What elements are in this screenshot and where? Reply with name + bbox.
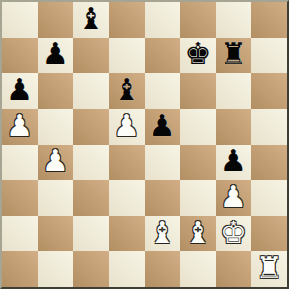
black-pawn[interactable]: ♟ [149,111,176,141]
square-g6[interactable] [216,73,252,109]
square-f6[interactable] [180,73,216,109]
square-b6[interactable] [38,73,74,109]
square-h7[interactable] [251,38,287,74]
square-c1[interactable] [73,251,109,287]
square-e8[interactable] [145,2,181,38]
chess-board: ♝♟♚♜♟♝♟♟♟♟♟♟♝♝♚♜ [2,2,287,287]
square-a2[interactable] [2,216,38,252]
square-a5[interactable]: ♟ [2,109,38,145]
square-d7[interactable] [109,38,145,74]
square-a3[interactable] [2,180,38,216]
white-pawn[interactable]: ♟ [6,111,33,141]
square-f1[interactable] [180,251,216,287]
square-f2[interactable]: ♝ [180,216,216,252]
black-pawn[interactable]: ♟ [6,75,33,105]
square-d8[interactable] [109,2,145,38]
white-pawn[interactable]: ♟ [42,146,69,176]
white-rook[interactable]: ♜ [256,253,283,283]
white-bishop[interactable]: ♝ [184,218,211,248]
square-a6[interactable]: ♟ [2,73,38,109]
square-b2[interactable] [38,216,74,252]
white-king[interactable]: ♚ [220,218,247,248]
square-e4[interactable] [145,145,181,181]
white-pawn[interactable]: ♟ [220,182,247,212]
white-pawn[interactable]: ♟ [113,111,140,141]
square-e6[interactable] [145,73,181,109]
square-a1[interactable] [2,251,38,287]
white-bishop[interactable]: ♝ [149,218,176,248]
square-a8[interactable] [2,2,38,38]
square-d1[interactable] [109,251,145,287]
square-g4[interactable]: ♟ [216,145,252,181]
square-h1[interactable]: ♜ [251,251,287,287]
square-g8[interactable] [216,2,252,38]
square-b3[interactable] [38,180,74,216]
square-c2[interactable] [73,216,109,252]
square-d5[interactable]: ♟ [109,109,145,145]
square-g3[interactable]: ♟ [216,180,252,216]
square-h5[interactable] [251,109,287,145]
square-f8[interactable] [180,2,216,38]
square-h6[interactable] [251,73,287,109]
square-c7[interactable] [73,38,109,74]
square-a4[interactable] [2,145,38,181]
square-g7[interactable]: ♜ [216,38,252,74]
square-d4[interactable] [109,145,145,181]
square-d3[interactable] [109,180,145,216]
square-g5[interactable] [216,109,252,145]
square-f4[interactable] [180,145,216,181]
square-c6[interactable] [73,73,109,109]
black-bishop[interactable]: ♝ [113,75,140,105]
square-h2[interactable] [251,216,287,252]
black-pawn[interactable]: ♟ [42,39,69,69]
square-g2[interactable]: ♚ [216,216,252,252]
square-a7[interactable] [2,38,38,74]
square-e2[interactable]: ♝ [145,216,181,252]
black-bishop[interactable]: ♝ [78,4,105,34]
square-c3[interactable] [73,180,109,216]
square-d2[interactable] [109,216,145,252]
square-b4[interactable]: ♟ [38,145,74,181]
square-b5[interactable] [38,109,74,145]
square-e7[interactable] [145,38,181,74]
square-h4[interactable] [251,145,287,181]
chess-board-frame: ♝♟♚♜♟♝♟♟♟♟♟♟♝♝♚♜ [0,0,289,289]
square-b7[interactable]: ♟ [38,38,74,74]
black-rook[interactable]: ♜ [220,39,247,69]
square-d6[interactable]: ♝ [109,73,145,109]
black-pawn[interactable]: ♟ [220,146,247,176]
square-f3[interactable] [180,180,216,216]
square-b8[interactable] [38,2,74,38]
square-e1[interactable] [145,251,181,287]
square-h8[interactable] [251,2,287,38]
square-h3[interactable] [251,180,287,216]
square-c8[interactable]: ♝ [73,2,109,38]
square-g1[interactable] [216,251,252,287]
square-f7[interactable]: ♚ [180,38,216,74]
square-c4[interactable] [73,145,109,181]
square-f5[interactable] [180,109,216,145]
square-b1[interactable] [38,251,74,287]
square-c5[interactable] [73,109,109,145]
square-e5[interactable]: ♟ [145,109,181,145]
black-king[interactable]: ♚ [184,39,211,69]
square-e3[interactable] [145,180,181,216]
